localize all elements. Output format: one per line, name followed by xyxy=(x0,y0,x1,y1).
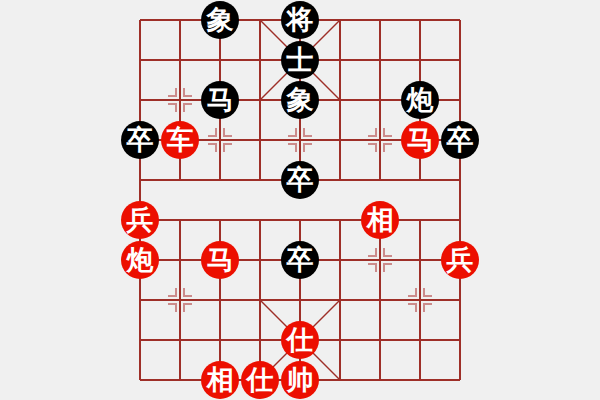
piece-black-advisor[interactable]: 士 xyxy=(281,41,319,79)
piece-red-soldier[interactable]: 兵 xyxy=(441,241,479,279)
piece-red-horse[interactable]: 马 xyxy=(201,241,239,279)
piece-red-general[interactable]: 帅 xyxy=(281,361,319,399)
piece-black-cannon[interactable]: 炮 xyxy=(401,81,439,119)
piece-red-elephant[interactable]: 相 xyxy=(361,201,399,239)
piece-black-elephant[interactable]: 象 xyxy=(201,1,239,39)
piece-black-soldier[interactable]: 卒 xyxy=(441,121,479,159)
piece-black-soldier[interactable]: 卒 xyxy=(121,121,159,159)
pieces-layer: 象将士马象炮卒车马卒卒兵相炮马卒兵仕相仕帅 xyxy=(0,0,600,400)
piece-red-chariot[interactable]: 车 xyxy=(161,121,199,159)
piece-red-horse[interactable]: 马 xyxy=(401,121,439,159)
piece-black-soldier[interactable]: 卒 xyxy=(281,241,319,279)
piece-black-horse[interactable]: 马 xyxy=(201,81,239,119)
piece-red-elephant[interactable]: 相 xyxy=(201,361,239,399)
piece-black-soldier[interactable]: 卒 xyxy=(281,161,319,199)
xiangqi-board-screen: 象将士马象炮卒车马卒卒兵相炮马卒兵仕相仕帅 xyxy=(0,0,600,400)
piece-black-elephant[interactable]: 象 xyxy=(281,81,319,119)
piece-red-cannon[interactable]: 炮 xyxy=(121,241,159,279)
piece-red-advisor[interactable]: 仕 xyxy=(241,361,279,399)
piece-black-general[interactable]: 将 xyxy=(281,1,319,39)
piece-red-advisor[interactable]: 仕 xyxy=(281,321,319,359)
piece-red-soldier[interactable]: 兵 xyxy=(121,201,159,239)
